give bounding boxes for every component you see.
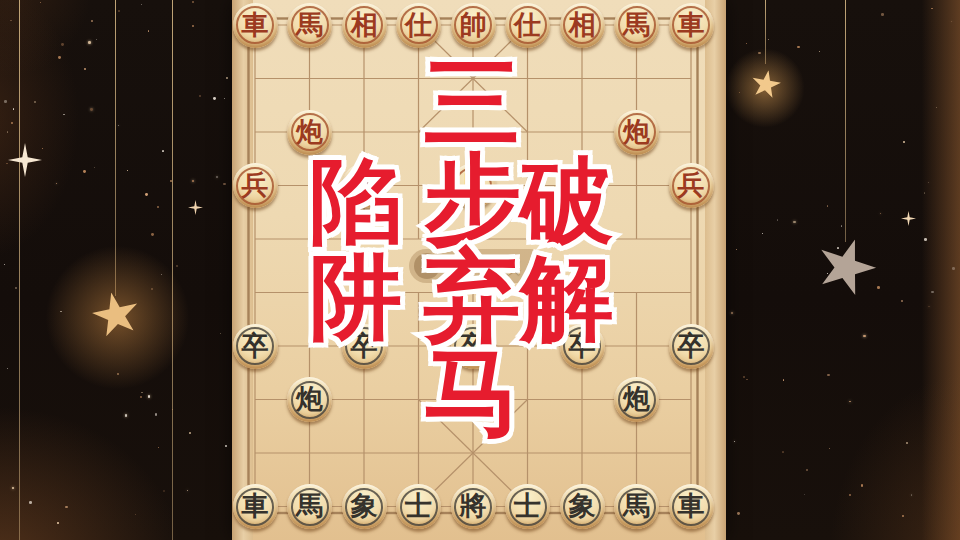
background-star <box>863 335 865 337</box>
background-star <box>936 107 937 108</box>
background-star <box>151 233 154 236</box>
background-star <box>881 13 884 16</box>
background-star <box>220 333 221 334</box>
background-star <box>34 101 36 103</box>
background-star <box>746 43 747 44</box>
title-char: 陷陷 <box>310 154 403 247</box>
background-star <box>145 193 148 196</box>
background-star <box>216 176 218 178</box>
background-star <box>758 52 761 55</box>
black-piece-象[interactable]: 象 <box>342 484 387 529</box>
background-star <box>928 306 930 308</box>
background-star <box>931 8 933 10</box>
red-piece-兵[interactable]: 兵 <box>233 163 278 208</box>
background-star <box>4 264 5 265</box>
background-star <box>135 514 136 515</box>
background-star <box>61 43 64 46</box>
background-star <box>849 401 850 402</box>
background-star <box>7 131 8 132</box>
background-star <box>804 494 805 495</box>
background-star <box>829 448 830 449</box>
background-star <box>777 219 779 221</box>
red-piece-仕[interactable]: 仕 <box>396 3 441 48</box>
background-star <box>877 286 880 289</box>
background-star <box>148 395 151 398</box>
background-star <box>29 501 32 504</box>
black-piece-將[interactable]: 將 <box>451 484 496 529</box>
background-star <box>931 291 934 294</box>
background-star <box>199 95 201 97</box>
background-star <box>806 469 808 471</box>
background-star <box>189 432 191 434</box>
background-star <box>83 170 86 173</box>
background-star <box>162 150 164 152</box>
background-star <box>158 447 159 448</box>
red-piece-帥[interactable]: 帥 <box>451 3 496 48</box>
background-star <box>94 167 95 168</box>
black-piece-車[interactable]: 車 <box>669 484 714 529</box>
background-star <box>880 213 881 214</box>
title-char: 解解 <box>521 251 614 344</box>
background-star <box>793 221 796 224</box>
background-star <box>901 300 903 302</box>
black-piece-馬[interactable]: 馬 <box>614 484 659 529</box>
black-piece-炮[interactable]: 炮 <box>287 377 332 422</box>
background-star <box>91 20 93 22</box>
background-star <box>192 1 193 2</box>
background-star <box>952 267 955 270</box>
background-star <box>84 68 86 70</box>
background-star <box>783 379 784 380</box>
background-star <box>141 392 143 394</box>
black-piece-卒[interactable]: 卒 <box>233 324 278 369</box>
background-star <box>224 98 225 99</box>
background-star <box>6 163 8 165</box>
hanging-string <box>19 0 20 540</box>
red-piece-仕[interactable]: 仕 <box>505 3 550 48</box>
background-star <box>226 77 228 79</box>
black-piece-車[interactable]: 車 <box>233 484 278 529</box>
background-star <box>96 39 97 40</box>
background-star <box>849 494 851 496</box>
background-star <box>125 414 127 416</box>
background-star <box>736 249 737 250</box>
title-char: 步步 <box>424 150 521 247</box>
background-star <box>734 441 735 442</box>
background-star <box>762 233 763 234</box>
background-star <box>141 4 143 6</box>
background-star <box>127 170 128 171</box>
background-star <box>768 39 769 40</box>
background-star <box>88 41 91 44</box>
title-char: 阱阱 <box>310 250 403 343</box>
red-piece-馬[interactable]: 馬 <box>287 3 332 48</box>
title-char: 三三 <box>424 54 521 151</box>
red-piece-相[interactable]: 相 <box>342 3 387 48</box>
background-star <box>176 265 178 267</box>
red-piece-兵[interactable]: 兵 <box>669 163 714 208</box>
black-piece-象[interactable]: 象 <box>560 484 605 529</box>
background-star <box>906 442 908 444</box>
background-star <box>10 20 12 22</box>
hanging-string <box>845 0 846 242</box>
title-char: 马马 <box>424 344 521 441</box>
red-piece-馬[interactable]: 馬 <box>614 3 659 48</box>
background-star <box>15 287 16 288</box>
background-star <box>782 451 784 453</box>
background-star <box>924 238 927 241</box>
black-piece-馬[interactable]: 馬 <box>287 484 332 529</box>
background-star <box>861 484 864 487</box>
background-star <box>951 21 952 22</box>
background-star <box>117 373 119 375</box>
background-star <box>223 183 225 185</box>
background-star <box>192 180 194 182</box>
red-piece-車[interactable]: 車 <box>233 3 278 48</box>
red-piece-炮[interactable]: 炮 <box>614 110 659 155</box>
background-star <box>118 125 119 126</box>
background-star <box>161 274 162 275</box>
black-piece-士[interactable]: 士 <box>396 484 441 529</box>
background-star <box>90 108 93 111</box>
background-star <box>7 368 8 369</box>
background-star <box>731 312 733 314</box>
background-star <box>140 396 142 398</box>
screenshot-stage: 車馬相仕帥仕相馬車炮炮兵兵兵兵兵卒卒卒卒卒炮炮車馬象士將士象馬車 微乐象棋 三三… <box>0 0 960 540</box>
background-star <box>827 273 828 274</box>
background-star <box>192 25 194 27</box>
red-piece-相[interactable]: 相 <box>560 3 605 48</box>
title-char: 破破 <box>521 154 614 247</box>
background-star <box>65 506 68 509</box>
background-star <box>837 247 839 249</box>
red-piece-車[interactable]: 車 <box>669 3 714 48</box>
black-piece-炮[interactable]: 炮 <box>614 377 659 422</box>
background-star <box>213 97 216 100</box>
background-star <box>12 487 15 490</box>
background-star <box>924 192 925 193</box>
background-star <box>743 376 746 379</box>
hanging-string <box>765 0 766 64</box>
background-star <box>63 114 65 116</box>
background-star <box>155 413 158 416</box>
black-piece-卒[interactable]: 卒 <box>669 324 714 369</box>
background-star <box>739 92 740 93</box>
background-star <box>841 225 842 226</box>
black-piece-士[interactable]: 士 <box>505 484 550 529</box>
background-star <box>827 374 829 376</box>
background-star <box>225 445 227 447</box>
background-star <box>902 515 905 518</box>
background-star <box>40 2 41 3</box>
background-star <box>57 522 58 523</box>
background-star <box>737 512 740 515</box>
background-star <box>4 100 6 102</box>
background-star <box>11 122 12 123</box>
background-star <box>903 141 905 143</box>
hanging-string <box>115 0 116 296</box>
background-star <box>42 148 43 149</box>
hanging-string <box>172 0 173 540</box>
background-star <box>157 206 159 208</box>
background-star <box>148 30 149 31</box>
title-char: 弃弃 <box>424 247 521 344</box>
background-star <box>56 183 57 184</box>
background-star <box>746 379 747 380</box>
background-star <box>797 46 800 49</box>
background-star <box>163 490 165 492</box>
background-star <box>928 182 929 183</box>
background-star <box>911 494 913 496</box>
background-star <box>60 311 62 313</box>
background-star <box>58 56 61 59</box>
background-star <box>118 10 120 12</box>
background-star <box>819 51 820 52</box>
background-star <box>827 205 829 207</box>
background-star <box>13 108 15 110</box>
background-star <box>151 288 153 290</box>
background-star <box>187 490 188 491</box>
